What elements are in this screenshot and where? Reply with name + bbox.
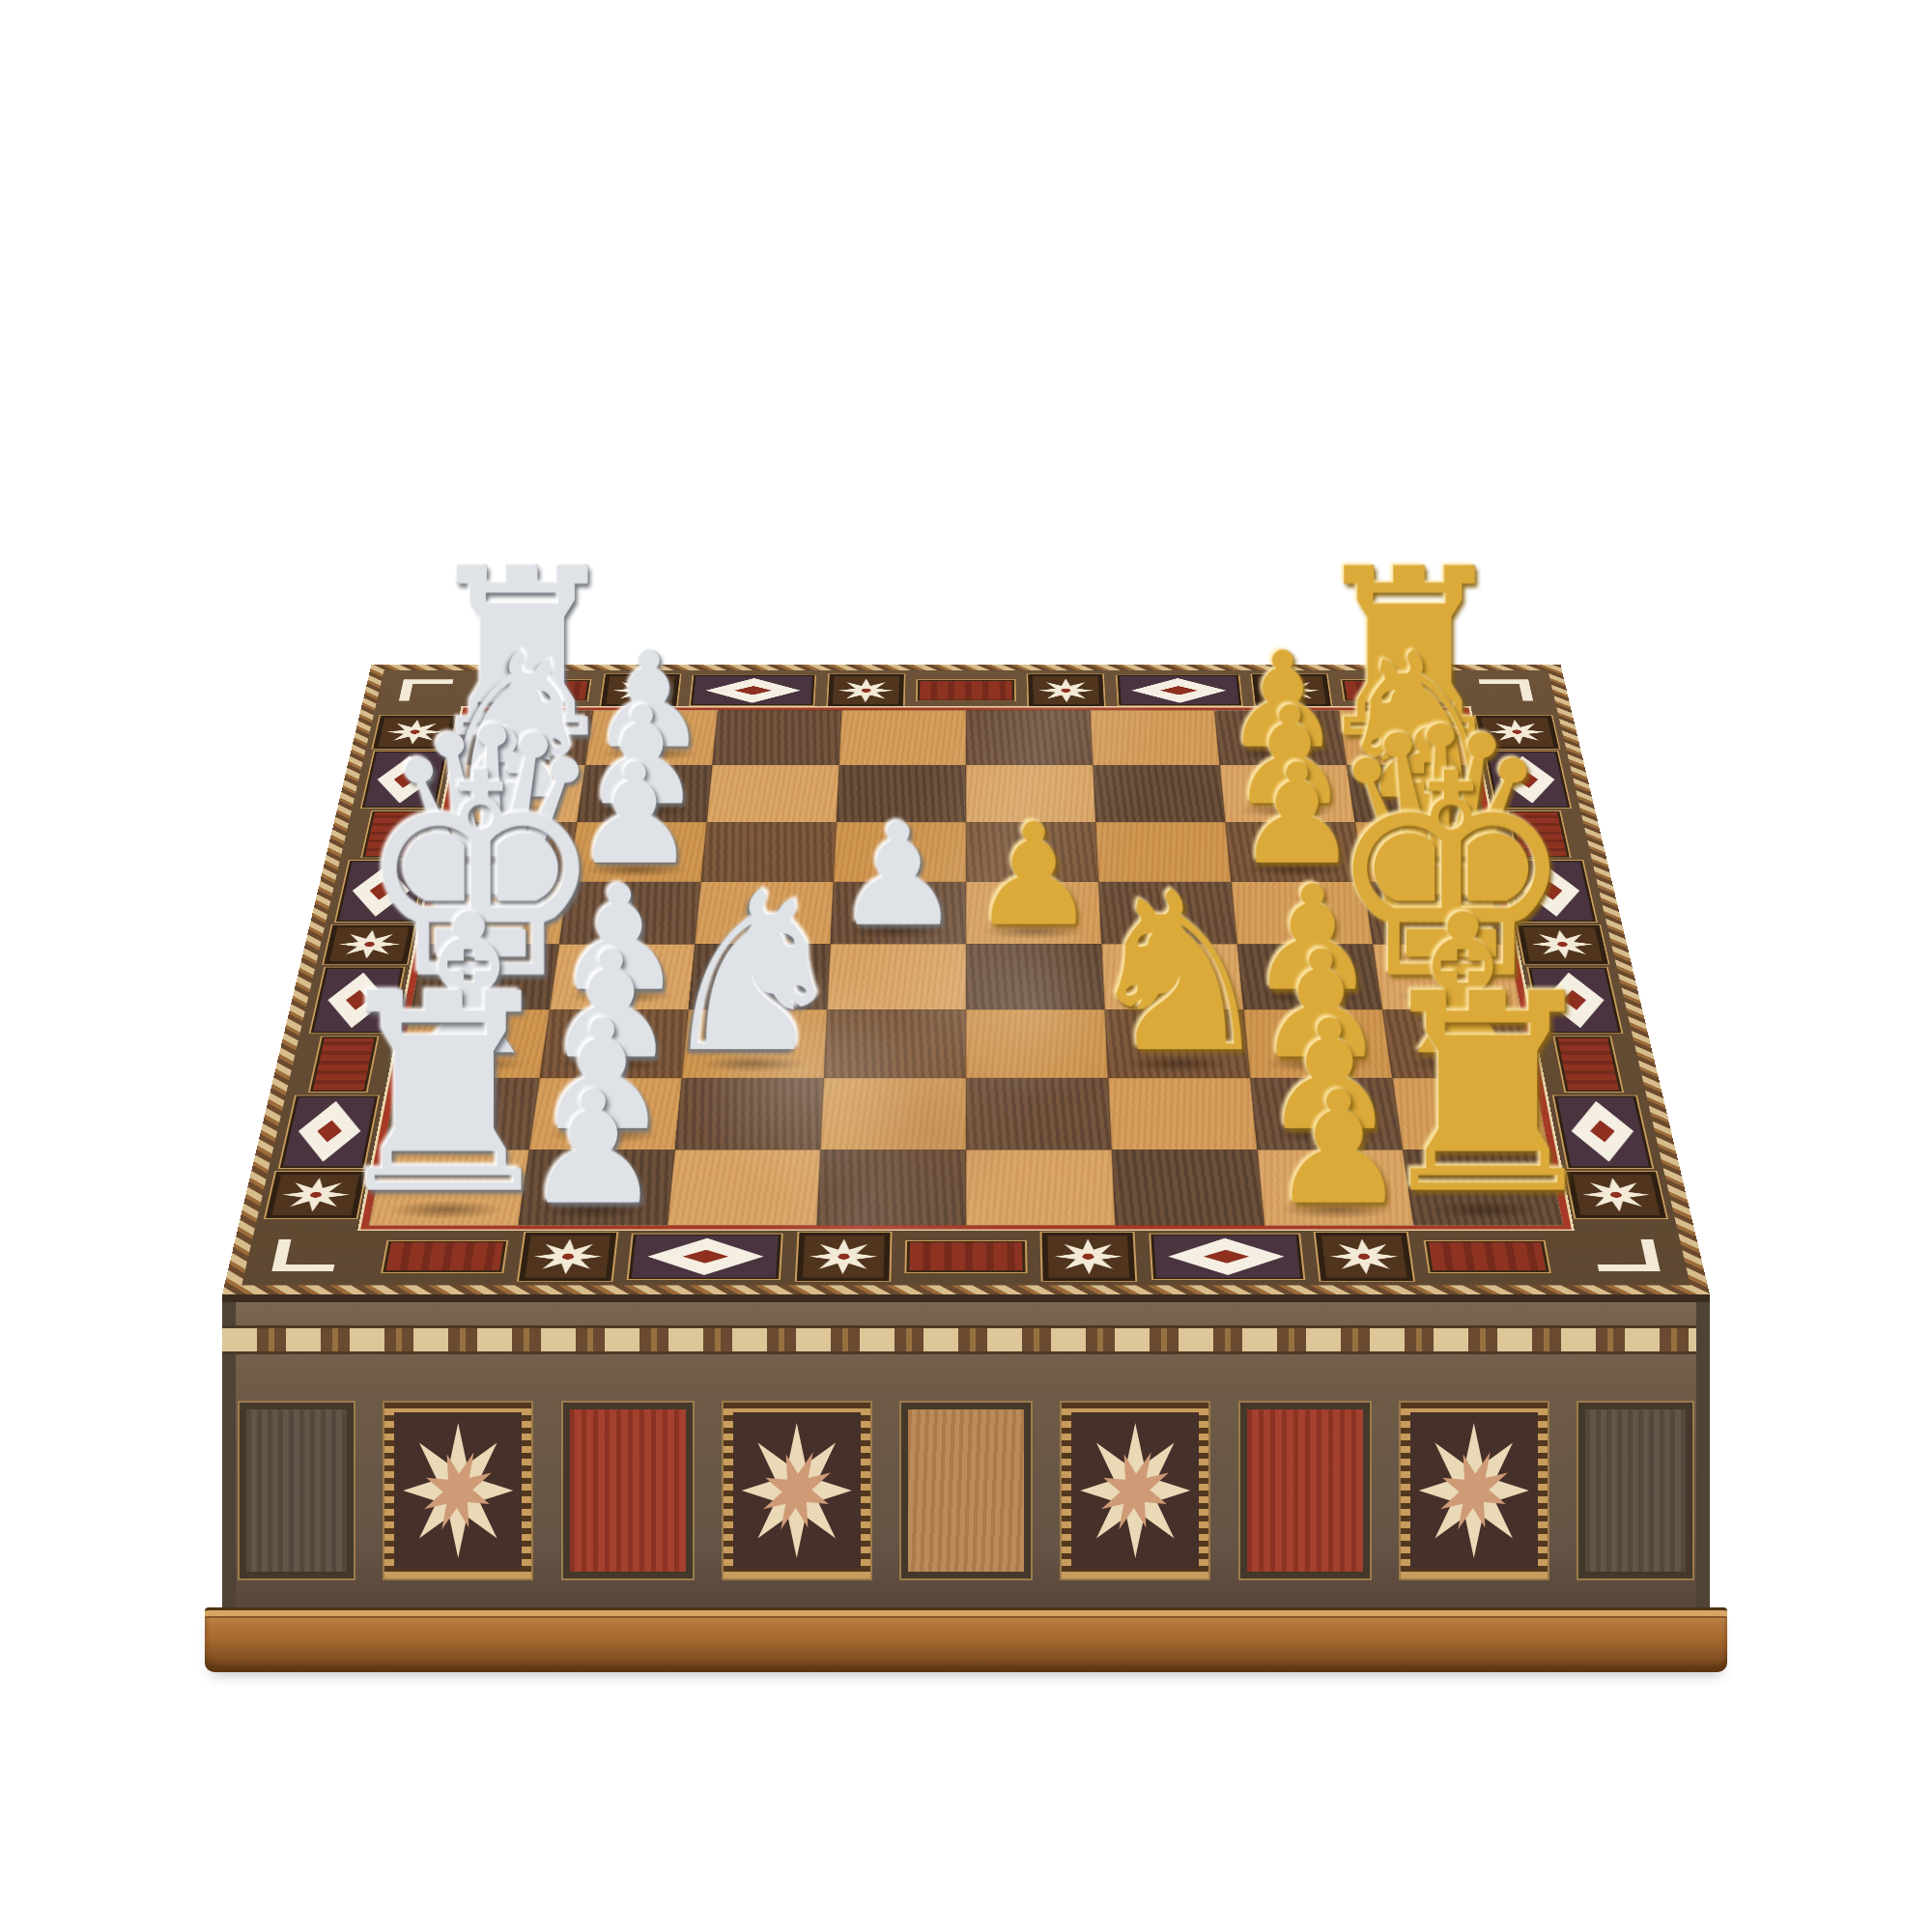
frame-corner-motif (255, 1232, 356, 1280)
square-h8[interactable]: ♜ (1403, 1150, 1563, 1225)
inlay-motif-redbar (1509, 811, 1570, 858)
front-panel-star (1062, 1403, 1208, 1578)
square-a4[interactable] (839, 710, 966, 765)
front-panel-row (240, 1403, 1692, 1578)
square-g5[interactable] (966, 1078, 1112, 1150)
inlay-motif-redbar (490, 680, 590, 700)
frame-band-far (474, 675, 1457, 705)
inlay-motif-redbar (918, 680, 1015, 700)
inlay-motif-diamond (311, 968, 404, 1034)
inlay-motif-diamond (629, 1235, 781, 1280)
inlay-motif-diamond (1486, 752, 1571, 808)
inlay-motif-star (519, 1233, 616, 1281)
inlay-motif-redbar (362, 811, 423, 858)
inlay-motif-redbar (1342, 680, 1442, 700)
inlay-motif-star (1476, 716, 1559, 749)
piece-black-knight[interactable]: ♞ (1080, 872, 1277, 1075)
chess-box-front (222, 1294, 1710, 1607)
front-panel-walnut (1578, 1403, 1692, 1578)
square-h1[interactable]: ♜ (369, 1150, 529, 1225)
inlay-motif-diamond (1117, 675, 1241, 705)
inlay-motif-diamond (362, 752, 447, 808)
square-g3[interactable] (675, 1078, 824, 1150)
front-panel-oak (901, 1403, 1031, 1578)
piece-white-pawn[interactable]: ♟ (524, 1078, 663, 1221)
front-panel-star (384, 1403, 531, 1578)
square-a5[interactable] (966, 710, 1093, 765)
chess-set-photo: ♜♟♟♜♞♟♟♞♝♟♟♝♛♟♟♛♚♟♟♚♝♟♞♞♟♝♟♟♜♟♟♜ (0, 0, 1932, 1932)
inlay-motif-diamond (1151, 1235, 1303, 1280)
inlay-motif-diamond (1528, 968, 1621, 1034)
frame-band-near (364, 1235, 1568, 1280)
square-b6[interactable] (1093, 765, 1225, 822)
square-h4[interactable] (816, 1150, 966, 1225)
inlay-motif-redbar (906, 1241, 1025, 1272)
piece-white-knight[interactable]: ♞ (654, 872, 851, 1075)
inlay-motif-diamond (691, 675, 815, 705)
inlay-motif-star (266, 1172, 365, 1218)
wooden-base-plinth (205, 1607, 1727, 1672)
square-g6[interactable] (1108, 1078, 1257, 1150)
square-a6[interactable] (1091, 710, 1220, 765)
inlay-motif-star (1252, 674, 1331, 706)
front-panel-star (724, 1403, 870, 1578)
inlay-motif-star (324, 925, 414, 964)
inlay-motif-diamond (1507, 861, 1596, 922)
square-h5[interactable] (966, 1150, 1116, 1225)
inlay-motif-star (1518, 925, 1608, 964)
front-panel-red (1240, 1403, 1370, 1578)
square-h6[interactable] (1112, 1150, 1264, 1225)
inlay-motif-star (373, 716, 456, 749)
frame-corner-motif (1576, 1232, 1677, 1280)
front-panel-star (1401, 1403, 1548, 1578)
inlay-motif-star (1028, 674, 1104, 706)
chess-box-top: ♜♟♟♜♞♟♟♞♝♟♟♝♛♟♟♛♚♟♟♚♝♟♞♞♟♝♟♟♜♟♟♜ (222, 665, 1710, 1294)
inlay-motif-diamond (280, 1095, 378, 1167)
inlay-motif-star (796, 1233, 890, 1281)
inlay-motif-diamond (1554, 1095, 1652, 1167)
square-b3[interactable] (707, 765, 839, 822)
inlay-motif-redbar (310, 1037, 378, 1092)
board-grid[interactable]: ♜♟♟♜♞♟♟♞♝♟♟♝♛♟♟♛♚♟♟♚♝♟♞♞♟♝♟♟♜♟♟♜ (360, 708, 1571, 1230)
front-panel-walnut (240, 1403, 354, 1578)
piece-white-pawn[interactable]: ♟ (835, 810, 961, 941)
square-f6[interactable]: ♞ (1105, 1009, 1251, 1078)
square-a3[interactable] (712, 710, 841, 765)
inlay-motif-star (601, 674, 680, 706)
inlay-motif-redbar (1425, 1241, 1548, 1272)
inlay-motif-star (828, 674, 904, 706)
square-h2[interactable]: ♟ (518, 1150, 674, 1225)
square-f3[interactable]: ♞ (682, 1009, 828, 1078)
front-panel-red (563, 1403, 693, 1578)
square-h3[interactable] (668, 1150, 820, 1225)
square-g4[interactable] (820, 1078, 966, 1150)
piece-black-pawn[interactable]: ♟ (970, 810, 1096, 941)
inlay-motif-star (1567, 1172, 1666, 1218)
inlay-motif-diamond (336, 861, 425, 922)
inlay-motif-star (1042, 1233, 1136, 1281)
inlay-motif-redbar (1555, 1037, 1623, 1092)
inlay-motif-redbar (384, 1241, 507, 1272)
inlay-motif-star (1316, 1233, 1413, 1281)
striped-inlay-band (222, 1325, 1710, 1354)
